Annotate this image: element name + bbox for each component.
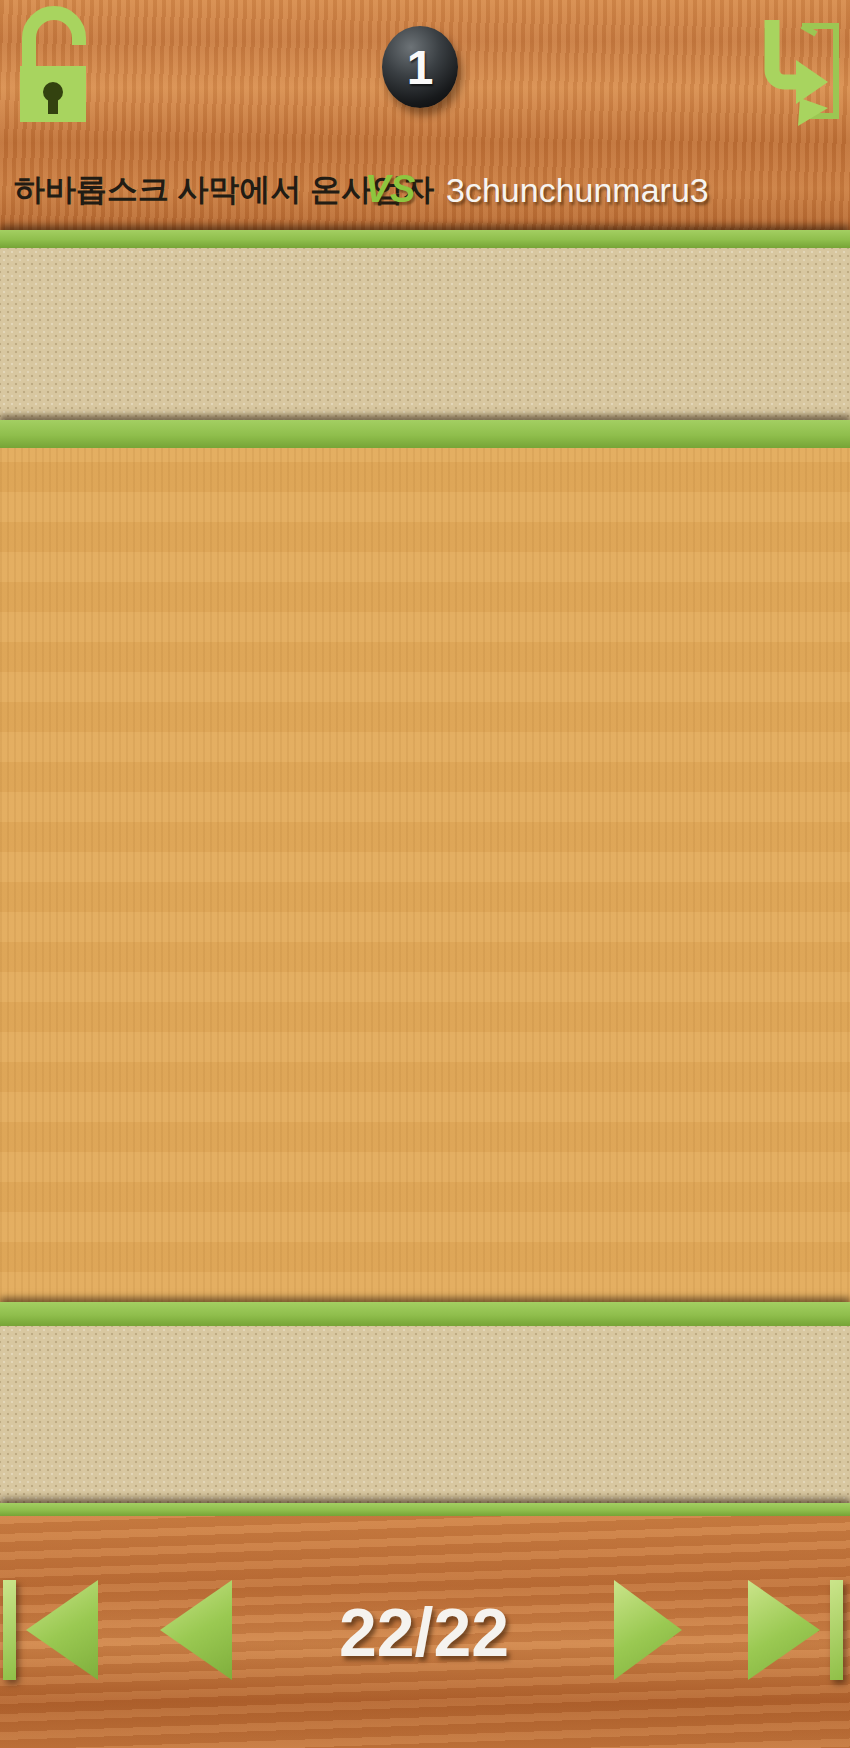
top-bar: 1 하바롭스크 사막에서 온사업자 VS 3chunchunmaru3 <box>0 0 850 230</box>
players-row: 하바롭스크 사막에서 온사업자 VS 3chunchunmaru3 <box>0 162 850 218</box>
turn-badge: 1 <box>407 40 434 95</box>
first-move-bar-icon <box>3 1580 16 1680</box>
last-move-bar-icon <box>830 1580 843 1680</box>
divider-strip-top <box>0 230 850 248</box>
app-screen: 1 하바롭스크 사막에서 온사업자 VS 3chunchunmaru3 <box>0 0 850 1748</box>
turn-indicator-stone: 1 <box>382 26 458 108</box>
fabric-panel-bottom <box>0 1326 850 1503</box>
player-white-name: 3chunchunmaru3 <box>446 162 709 218</box>
unlocked-padlock-icon <box>12 6 96 126</box>
exit-button[interactable] <box>750 16 842 126</box>
move-counter: 22/22 <box>254 1592 594 1672</box>
game-board[interactable] <box>0 448 850 1302</box>
first-move-triangle-icon <box>26 1580 98 1680</box>
exit-room-icon <box>750 16 842 126</box>
lock-button[interactable] <box>12 6 96 126</box>
fabric-panel-top <box>0 248 850 420</box>
previous-move-button[interactable] <box>160 1580 232 1680</box>
bottom-bar: 22/22 <box>0 1516 850 1748</box>
board-frame-bottom <box>0 1302 850 1326</box>
next-move-button[interactable] <box>614 1580 682 1680</box>
board-frame-top <box>0 420 850 448</box>
vs-label: VS <box>342 162 438 218</box>
last-move-triangle-icon <box>748 1580 820 1680</box>
divider-strip-bottom <box>0 1503 850 1516</box>
